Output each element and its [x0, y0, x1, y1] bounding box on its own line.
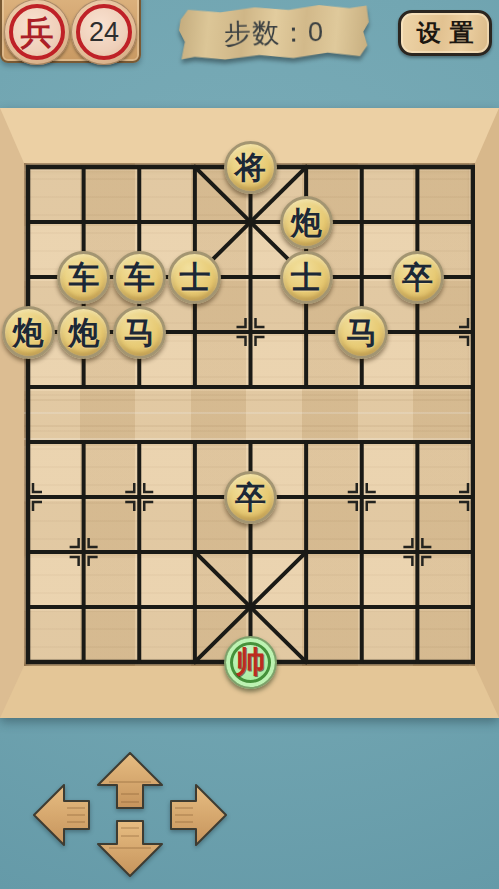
- piece-black-advisor[interactable]: 士: [280, 251, 333, 304]
- piece-glyph: 车: [124, 262, 155, 293]
- soldier-badge-face: 兵: [9, 4, 65, 60]
- board-grid: [24, 163, 475, 666]
- piece-black-general[interactable]: 将: [224, 141, 277, 194]
- piece-glyph: 帅: [236, 647, 266, 677]
- piece-black-cannon[interactable]: 炮: [57, 306, 110, 359]
- piece-red-general[interactable]: 帅: [224, 636, 277, 689]
- piece-black-horse[interactable]: 马: [335, 306, 388, 359]
- moves-count-label: 步数：0: [224, 13, 325, 51]
- right-arrow-icon: [170, 784, 227, 846]
- xiangqi-board: 将炮车车士士卒炮炮马马卒帅: [0, 108, 499, 718]
- piece-glyph: 马: [346, 317, 377, 348]
- piece-glyph: 炮: [68, 317, 99, 348]
- piece-black-horse[interactable]: 马: [113, 306, 166, 359]
- app-background: { "app": {"name": "xiangqi-puzzle"}, "he…: [0, 0, 499, 889]
- piece-black-chariot[interactable]: 车: [57, 251, 110, 304]
- piece-black-cannon[interactable]: 炮: [280, 196, 333, 249]
- level-number-badge: 24: [71, 0, 137, 65]
- up-arrow-icon: [97, 752, 163, 809]
- piece-black-advisor[interactable]: 士: [168, 251, 221, 304]
- piece-black-chariot[interactable]: 车: [113, 251, 166, 304]
- level-type-badge: 兵: [4, 0, 70, 65]
- piece-glyph: 将: [235, 152, 266, 183]
- down-arrow-button[interactable]: [97, 820, 163, 881]
- piece-glyph: 卒: [402, 262, 433, 293]
- left-arrow-icon: [33, 784, 90, 846]
- moves-banner-paper: 步数：0: [178, 4, 369, 61]
- piece-black-cannon[interactable]: 炮: [2, 306, 55, 359]
- piece-glyph: 士: [179, 262, 210, 293]
- moves-banner: 步数：0: [178, 4, 369, 61]
- piece-black-soldier[interactable]: 卒: [391, 251, 444, 304]
- direction-pad: [25, 745, 235, 885]
- up-arrow-button[interactable]: [97, 752, 163, 813]
- level-number-face: 24: [76, 4, 132, 60]
- soldier-badge-label: 兵: [21, 16, 54, 49]
- down-arrow-icon: [97, 820, 163, 877]
- piece-black-soldier[interactable]: 卒: [224, 471, 277, 524]
- level-panel: 兵 24: [0, 0, 141, 63]
- piece-glyph: 卒: [235, 482, 266, 513]
- right-arrow-button[interactable]: [170, 784, 227, 850]
- piece-glyph: 士: [291, 262, 322, 293]
- piece-glyph: 车: [68, 262, 99, 293]
- settings-button-label: 设置: [417, 17, 483, 49]
- piece-glyph: 炮: [291, 207, 322, 238]
- piece-glyph: 马: [124, 317, 155, 348]
- settings-button[interactable]: 设置: [398, 10, 492, 56]
- piece-glyph: 炮: [13, 317, 44, 348]
- level-number-label: 24: [89, 19, 119, 46]
- left-arrow-button[interactable]: [33, 784, 90, 850]
